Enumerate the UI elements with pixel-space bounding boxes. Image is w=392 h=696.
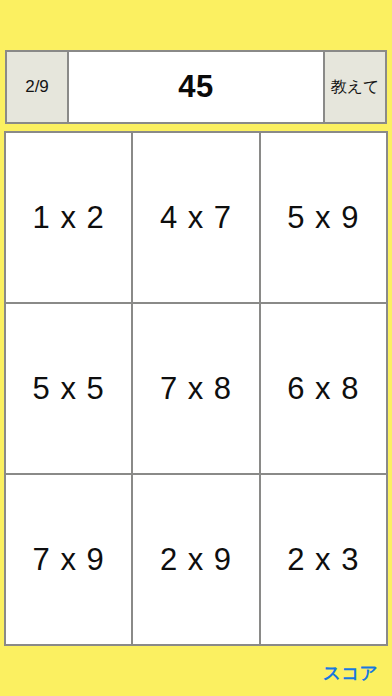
score-link[interactable]: スコア [323, 661, 378, 685]
answer-cell-5[interactable]: 7 x 8 [133, 304, 258, 473]
progress-counter: 2/9 [7, 52, 67, 122]
answer-grid: 1 x 2 4 x 7 5 x 9 5 x 5 7 x 8 6 x 8 7 x … [4, 131, 388, 646]
answer-cell-3[interactable]: 5 x 9 [261, 133, 386, 302]
target-number: 45 [69, 52, 323, 122]
answer-cell-1[interactable]: 1 x 2 [6, 133, 131, 302]
answer-cell-4[interactable]: 5 x 5 [6, 304, 131, 473]
answer-cell-2[interactable]: 4 x 7 [133, 133, 258, 302]
hint-button[interactable]: 教えて [325, 52, 385, 122]
quiz-app-screen: { "game": "multiplication quiz (tap the … [0, 0, 392, 696]
quiz-header: 2/9 45 教えて [5, 50, 387, 124]
answer-cell-6[interactable]: 6 x 8 [261, 304, 386, 473]
answer-cell-7[interactable]: 7 x 9 [6, 475, 131, 644]
answer-cell-8[interactable]: 2 x 9 [133, 475, 258, 644]
answer-cell-9[interactable]: 2 x 3 [261, 475, 386, 644]
